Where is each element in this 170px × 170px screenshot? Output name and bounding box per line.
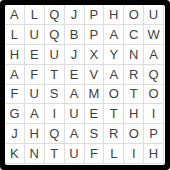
- cell-letter: C: [129, 28, 138, 41]
- grid-cell[interactable]: J: [65, 45, 85, 65]
- grid-cell[interactable]: E: [85, 104, 105, 124]
- cell-letter: X: [90, 48, 99, 61]
- grid-cell[interactable]: E: [25, 45, 45, 65]
- grid-cell[interactable]: A: [5, 5, 25, 25]
- cell-letter: Q: [49, 28, 59, 41]
- cell-letter: A: [109, 28, 118, 41]
- grid-cell[interactable]: A: [5, 65, 25, 85]
- grid-cell[interactable]: A: [65, 85, 85, 105]
- grid-cell[interactable]: B: [65, 25, 85, 45]
- grid-cell[interactable]: L: [104, 144, 124, 164]
- grid-cell[interactable]: F: [5, 85, 25, 105]
- cell-letter: Q: [149, 68, 159, 81]
- cell-letter: F: [10, 87, 18, 100]
- cell-letter: M: [89, 87, 100, 100]
- grid-cell[interactable]: F: [25, 65, 45, 85]
- grid-cell[interactable]: U: [45, 45, 65, 65]
- grid-cell[interactable]: U: [144, 5, 164, 25]
- grid-cell[interactable]: U: [25, 25, 45, 45]
- grid-cell[interactable]: R: [104, 124, 124, 144]
- grid-cell[interactable]: H: [104, 5, 124, 25]
- cell-letter: O: [109, 87, 119, 100]
- grid-cell[interactable]: N: [124, 45, 144, 65]
- cell-letter: U: [30, 87, 39, 100]
- word-search-screenshot: ALQJPHOULUQBPACWHEUJXYNAAFTEVARQFUSAMOTO…: [0, 0, 170, 170]
- grid-cell[interactable]: U: [65, 104, 85, 124]
- cell-letter: S: [50, 87, 59, 100]
- cell-letter: E: [70, 68, 79, 81]
- grid-cell[interactable]: A: [65, 124, 85, 144]
- cell-letter: N: [30, 147, 39, 160]
- cell-letter: E: [90, 107, 99, 120]
- word-search-board: ALQJPHOULUQBPACWHEUJXYNAAFTEVARQFUSAMOTO…: [5, 5, 164, 164]
- cell-letter: E: [30, 48, 39, 61]
- cell-letter: R: [109, 127, 118, 140]
- cell-letter: L: [110, 147, 117, 160]
- cell-letter: T: [50, 147, 58, 160]
- grid-cell[interactable]: I: [124, 144, 144, 164]
- grid-cell[interactable]: T: [104, 104, 124, 124]
- cell-letter: A: [30, 107, 39, 120]
- grid-cell[interactable]: M: [85, 85, 105, 105]
- grid-cell[interactable]: N: [25, 144, 45, 164]
- grid-cell[interactable]: H: [144, 144, 164, 164]
- grid-cell[interactable]: I: [45, 104, 65, 124]
- cell-letter: F: [90, 147, 98, 160]
- grid-cell[interactable]: O: [124, 124, 144, 144]
- grid-cell[interactable]: G: [5, 104, 25, 124]
- grid-cell[interactable]: A: [144, 45, 164, 65]
- cell-letter: T: [130, 87, 138, 100]
- grid-cell[interactable]: A: [104, 65, 124, 85]
- grid-cell[interactable]: L: [5, 25, 25, 45]
- grid-cell[interactable]: T: [45, 144, 65, 164]
- cell-letter: O: [129, 8, 139, 21]
- cell-letter: A: [10, 68, 19, 81]
- grid-cell[interactable]: J: [5, 124, 25, 144]
- cell-letter: L: [11, 28, 18, 41]
- grid-cell[interactable]: O: [104, 85, 124, 105]
- cell-letter: S: [90, 127, 99, 140]
- cell-letter: P: [90, 8, 99, 21]
- cell-letter: I: [52, 107, 56, 120]
- grid-cell[interactable]: A: [104, 25, 124, 45]
- grid-cell[interactable]: K: [5, 144, 25, 164]
- grid-cell[interactable]: Q: [45, 25, 65, 45]
- cell-letter: A: [70, 87, 79, 100]
- cell-letter: J: [71, 48, 78, 61]
- cell-letter: G: [9, 107, 19, 120]
- cell-letter: L: [31, 8, 38, 21]
- cell-letter: U: [69, 107, 78, 120]
- grid-cell[interactable]: R: [124, 65, 144, 85]
- cell-letter: U: [30, 28, 39, 41]
- grid-cell[interactable]: P: [85, 25, 105, 45]
- grid-cell[interactable]: V: [85, 65, 105, 85]
- cell-letter: U: [49, 48, 58, 61]
- cell-letter: A: [149, 48, 158, 61]
- cell-letter: U: [149, 8, 158, 21]
- grid-cell[interactable]: P: [144, 124, 164, 144]
- cell-letter: R: [129, 68, 138, 81]
- grid-cell[interactable]: O: [124, 5, 144, 25]
- word-search-card: ALQJPHOULUQBPACWHEUJXYNAAFTEVARQFUSAMOTO…: [5, 5, 165, 165]
- cell-letter: F: [30, 68, 38, 81]
- grid-cell[interactable]: H: [25, 124, 45, 144]
- cell-letter: A: [70, 127, 79, 140]
- grid-cell[interactable]: J: [65, 5, 85, 25]
- cell-letter: A: [10, 8, 19, 21]
- cell-letter: I: [152, 107, 156, 120]
- cell-letter: T: [110, 107, 118, 120]
- grid-cell[interactable]: H: [124, 104, 144, 124]
- grid-cell[interactable]: Q: [45, 124, 65, 144]
- cell-letter: V: [90, 68, 99, 81]
- grid-cell[interactable]: I: [144, 104, 164, 124]
- cell-letter: Q: [49, 127, 59, 140]
- cell-letter: H: [30, 127, 39, 140]
- cell-letter: P: [149, 127, 158, 140]
- grid-cell[interactable]: L: [25, 5, 45, 25]
- cell-letter: O: [149, 87, 159, 100]
- grid-cell[interactable]: Y: [104, 45, 124, 65]
- cell-letter: H: [10, 48, 19, 61]
- grid-cell[interactable]: P: [85, 5, 105, 25]
- cell-letter: I: [132, 147, 136, 160]
- grid-cell[interactable]: F: [85, 144, 105, 164]
- cell-letter: K: [10, 147, 19, 160]
- grid-cell[interactable]: E: [65, 65, 85, 85]
- cell-letter: H: [129, 107, 138, 120]
- grid-cell[interactable]: X: [85, 45, 105, 65]
- cell-letter: T: [50, 68, 58, 81]
- grid-cell[interactable]: U: [65, 144, 85, 164]
- grid-cell[interactable]: T: [45, 65, 65, 85]
- cell-letter: H: [149, 147, 158, 160]
- cell-letter: N: [129, 48, 138, 61]
- grid-cell[interactable]: O: [144, 85, 164, 105]
- grid-cell[interactable]: Q: [45, 5, 65, 25]
- grid-cell[interactable]: C: [124, 25, 144, 45]
- grid-cell[interactable]: T: [124, 85, 144, 105]
- cell-letter: O: [129, 127, 139, 140]
- grid-cell[interactable]: S: [45, 85, 65, 105]
- grid-cell[interactable]: S: [85, 124, 105, 144]
- grid-cell[interactable]: U: [25, 85, 45, 105]
- cell-letter: Y: [109, 48, 118, 61]
- cell-letter: J: [11, 127, 18, 140]
- cell-letter: P: [90, 28, 99, 41]
- cell-letter: W: [147, 28, 159, 41]
- grid-cell[interactable]: H: [5, 45, 25, 65]
- grid-cell[interactable]: W: [144, 25, 164, 45]
- cell-letter: U: [69, 147, 78, 160]
- cell-letter: B: [70, 28, 79, 41]
- grid-cell[interactable]: A: [25, 104, 45, 124]
- cell-letter: H: [109, 8, 118, 21]
- cell-letter: A: [109, 68, 118, 81]
- grid-cell[interactable]: Q: [144, 65, 164, 85]
- cell-letter: Q: [49, 8, 59, 21]
- cell-letter: J: [71, 8, 78, 21]
